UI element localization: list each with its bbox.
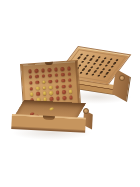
peg bbox=[48, 68, 52, 72]
peg bbox=[42, 80, 46, 84]
peg-hole bbox=[102, 68, 106, 71]
peg-grid bbox=[26, 65, 74, 103]
peg bbox=[36, 86, 40, 90]
peg-hole bbox=[105, 72, 109, 75]
peg bbox=[61, 67, 65, 71]
peg bbox=[35, 75, 39, 79]
peg bbox=[48, 80, 52, 84]
peg bbox=[34, 69, 38, 73]
wooden-knob bbox=[119, 75, 125, 81]
peg bbox=[69, 90, 73, 94]
peg bbox=[29, 87, 33, 91]
peg-hole bbox=[104, 64, 108, 67]
peg-hole bbox=[103, 57, 107, 60]
peg-hole bbox=[108, 69, 112, 72]
peg bbox=[49, 85, 53, 89]
peg bbox=[69, 96, 73, 100]
peg bbox=[54, 68, 58, 72]
peg bbox=[56, 91, 60, 95]
peg bbox=[30, 93, 34, 97]
peg-hole bbox=[107, 61, 111, 64]
peg bbox=[55, 79, 59, 83]
peg bbox=[41, 68, 45, 72]
peg-hole bbox=[113, 62, 117, 65]
peg bbox=[28, 75, 32, 79]
loose-peg bbox=[49, 107, 55, 110]
peg bbox=[43, 92, 47, 96]
tray-front bbox=[11, 114, 86, 133]
peg-hole bbox=[85, 54, 89, 57]
peg bbox=[62, 79, 66, 83]
peg bbox=[55, 73, 59, 77]
peg bbox=[68, 78, 72, 82]
peg bbox=[50, 97, 54, 101]
tray-notch bbox=[43, 116, 55, 121]
peg bbox=[55, 85, 59, 89]
peg bbox=[35, 81, 39, 85]
product-photo bbox=[0, 0, 140, 187]
peg bbox=[61, 73, 65, 77]
peg bbox=[67, 67, 71, 71]
peg bbox=[56, 97, 60, 101]
peg-hole bbox=[115, 59, 119, 62]
peg bbox=[68, 84, 72, 88]
peg-hole bbox=[103, 75, 107, 78]
wooden-knob bbox=[83, 108, 89, 114]
peg-hole bbox=[109, 58, 113, 61]
lid-notch bbox=[45, 62, 53, 66]
peg bbox=[48, 74, 52, 78]
peg bbox=[29, 81, 33, 85]
peg bbox=[63, 96, 67, 100]
peg-hole bbox=[79, 53, 83, 56]
peg-hole bbox=[110, 65, 114, 68]
peg bbox=[36, 92, 40, 96]
peg bbox=[62, 90, 66, 94]
peg bbox=[42, 86, 46, 90]
peg bbox=[68, 72, 72, 76]
peg bbox=[28, 69, 32, 73]
peg bbox=[41, 74, 45, 78]
peg bbox=[49, 91, 53, 95]
peg bbox=[62, 85, 66, 89]
open-game-box bbox=[10, 58, 102, 136]
